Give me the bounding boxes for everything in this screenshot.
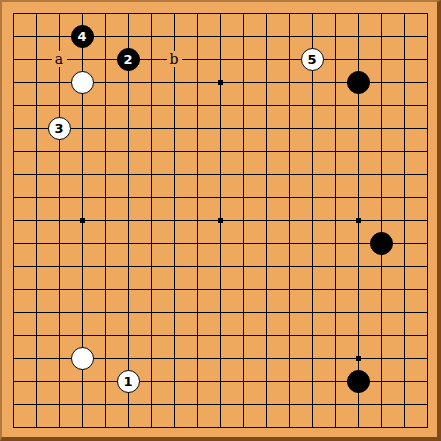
stone-white-o17: 5 [301, 48, 324, 71]
star-point [356, 356, 361, 361]
star-point [218, 80, 223, 85]
stone-white-f3: 1 [117, 370, 140, 393]
point-label-a: a [52, 51, 67, 67]
stones-layer: 42531ab [2, 2, 439, 439]
stone-black-d18: 4 [71, 25, 94, 48]
stone-black-r9 [370, 232, 393, 255]
move-number-label: 4 [77, 30, 86, 43]
stone-black-q16 [347, 71, 370, 94]
star-point [218, 218, 223, 223]
stone-black-f17: 2 [117, 48, 140, 71]
stone-black-q3 [347, 370, 370, 393]
move-number-label: 5 [307, 53, 316, 66]
star-point [356, 218, 361, 223]
stone-white-c14: 3 [48, 117, 71, 140]
move-number-label: 2 [123, 53, 132, 66]
screenshot-root: 42531ab [0, 0, 441, 441]
go-board: 42531ab [0, 0, 441, 441]
move-number-label: 1 [123, 375, 132, 388]
move-number-label: 3 [54, 122, 63, 135]
point-label-b: b [167, 51, 182, 67]
stone-white-d4 [71, 347, 94, 370]
star-point [80, 218, 85, 223]
stone-white-d16 [71, 71, 94, 94]
